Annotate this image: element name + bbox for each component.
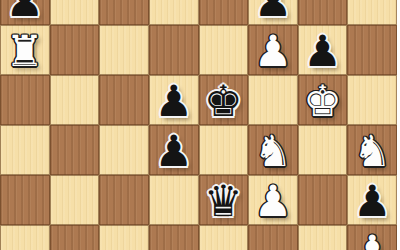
square-h5[interactable]	[347, 75, 397, 125]
square-a2[interactable]	[0, 225, 50, 250]
black-pawn-f7[interactable]: ♟	[254, 0, 293, 23]
square-g2[interactable]	[298, 225, 348, 250]
white-pawn-f3[interactable]: ♟	[254, 180, 293, 223]
square-e5[interactable]: ♚	[199, 75, 249, 125]
square-g7[interactable]	[298, 0, 348, 25]
black-pawn-g6[interactable]: ♟	[303, 30, 342, 73]
square-d7[interactable]	[149, 0, 199, 25]
square-g6[interactable]: ♟	[298, 25, 348, 75]
square-e3[interactable]: ♛	[199, 175, 249, 225]
square-f7[interactable]: ♟	[248, 0, 298, 25]
white-pawn-f6[interactable]: ♟	[254, 30, 293, 73]
square-d2[interactable]	[149, 225, 199, 250]
square-c2[interactable]	[99, 225, 149, 250]
square-d3[interactable]	[149, 175, 199, 225]
black-pawn-d5[interactable]: ♟	[154, 80, 193, 123]
chess-diagram-viewport: ♟♟♜♟♟♟♚♚♟♞♞♛♟♟♟	[0, 0, 400, 250]
square-f4[interactable]: ♞	[248, 125, 298, 175]
square-f3[interactable]: ♟	[248, 175, 298, 225]
black-pawn-a7[interactable]: ♟	[6, 0, 45, 23]
square-b6[interactable]	[50, 25, 100, 75]
square-e7[interactable]	[199, 0, 249, 25]
square-a7[interactable]: ♟	[0, 0, 50, 25]
square-b2[interactable]	[50, 225, 100, 250]
square-a4[interactable]	[0, 125, 50, 175]
square-c6[interactable]	[99, 25, 149, 75]
square-a3[interactable]	[0, 175, 50, 225]
square-g3[interactable]	[298, 175, 348, 225]
square-h3[interactable]: ♟	[347, 175, 397, 225]
square-f2[interactable]	[248, 225, 298, 250]
square-e4[interactable]	[199, 125, 249, 175]
square-b4[interactable]	[50, 125, 100, 175]
white-pawn-h2[interactable]: ♟	[353, 230, 392, 250]
square-f5[interactable]	[248, 75, 298, 125]
square-h7[interactable]	[347, 0, 397, 25]
black-king-e5[interactable]: ♚	[204, 80, 243, 123]
square-b3[interactable]	[50, 175, 100, 225]
square-b5[interactable]	[50, 75, 100, 125]
square-a6[interactable]: ♜	[0, 25, 50, 75]
square-h2[interactable]: ♟	[347, 225, 397, 250]
square-a5[interactable]	[0, 75, 50, 125]
square-b7[interactable]	[50, 0, 100, 25]
black-pawn-d4[interactable]: ♟	[154, 130, 193, 173]
black-pawn-h3[interactable]: ♟	[353, 180, 392, 223]
square-c5[interactable]	[99, 75, 149, 125]
square-d4[interactable]: ♟	[149, 125, 199, 175]
white-rook-a6[interactable]: ♜	[6, 30, 45, 73]
square-c7[interactable]	[99, 0, 149, 25]
square-d5[interactable]: ♟	[149, 75, 199, 125]
white-king-g5[interactable]: ♚	[303, 80, 342, 123]
square-e2[interactable]	[199, 225, 249, 250]
square-h6[interactable]	[347, 25, 397, 75]
square-c3[interactable]	[99, 175, 149, 225]
chess-board: ♟♟♜♟♟♟♚♚♟♞♞♛♟♟♟	[0, 0, 399, 250]
square-g5[interactable]: ♚	[298, 75, 348, 125]
square-h4[interactable]: ♞	[347, 125, 397, 175]
square-f6[interactable]: ♟	[248, 25, 298, 75]
square-c4[interactable]	[99, 125, 149, 175]
white-knight-f4[interactable]: ♞	[254, 130, 293, 173]
white-knight-h4[interactable]: ♞	[353, 130, 392, 173]
square-e6[interactable]	[199, 25, 249, 75]
square-d6[interactable]	[149, 25, 199, 75]
black-queen-e3[interactable]: ♛	[204, 180, 243, 223]
square-g4[interactable]	[298, 125, 348, 175]
